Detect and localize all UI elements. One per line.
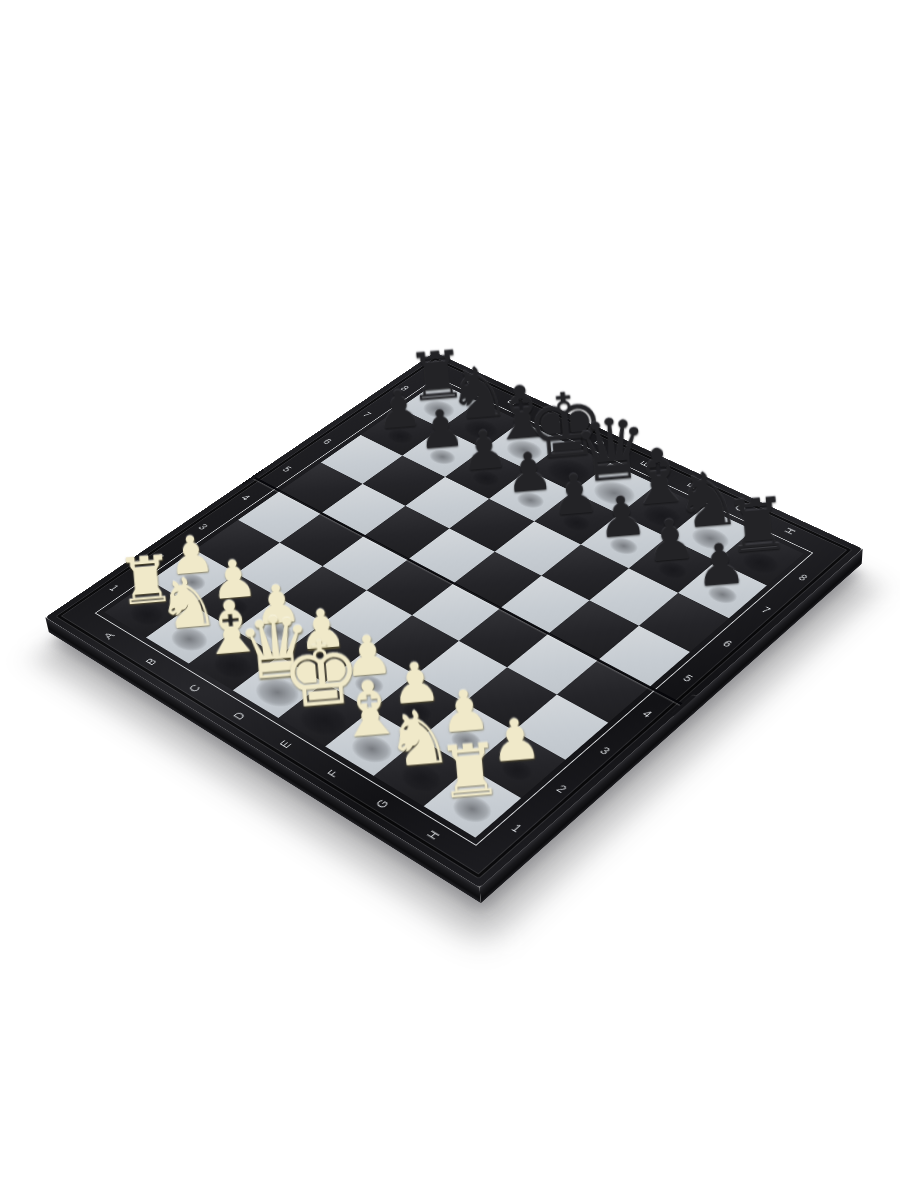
camera-tilt: AABBCCDDEEFFGGHH1122334455667788 ♜♞♝♚♛♝♞… [0,0,900,1200]
piece-shadow [558,511,595,533]
piece-shadow [587,477,643,510]
piece-shadow [458,416,504,442]
piece-shadow [383,426,418,446]
pawn-glyph: ♟ [693,534,749,595]
rook-glyph: ♜ [435,733,505,809]
pawn-glyph: ♟ [643,511,698,571]
perspective-scene: AABBCCDDEEFFGGHH1122334455667788 ♜♞♝♚♛♝♞… [0,0,900,1200]
piece-shadow [513,489,549,511]
chess-board: AABBCCDDEEFFGGHH1122334455667788 ♜♞♝♚♛♝♞… [45,352,862,888]
piece-shadow [540,454,597,488]
piece-shadow [468,467,504,488]
piece-shadow [425,446,460,467]
product-photo: AABBCCDDEEFFGGHH1122334455667788 ♜♞♝♚♛♝♞… [0,0,900,1200]
piece-shadow [500,436,548,464]
piece-shadow [418,397,461,421]
piece-shadow [605,534,642,557]
